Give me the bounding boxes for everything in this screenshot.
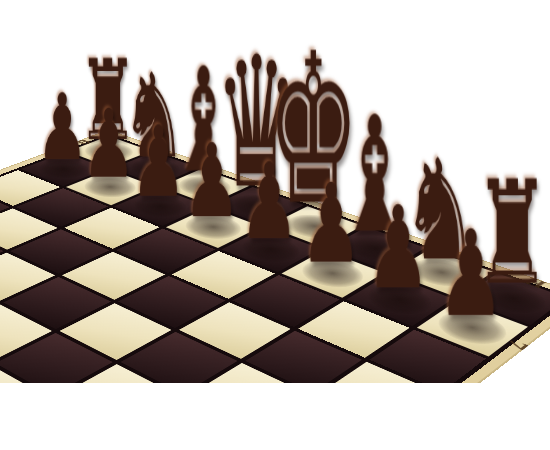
piece-black-pawn-e7: ♟ bbox=[239, 149, 299, 255]
piece-black-pawn-h7: ♟ bbox=[437, 215, 504, 334]
piece-black-pawn-b7: ♟ bbox=[82, 97, 136, 192]
piece-black-pawn-g7: ♟ bbox=[366, 191, 431, 305]
background-mask bbox=[0, 383, 550, 450]
piece-black-pawn-d7: ♟ bbox=[183, 131, 240, 233]
piece-black-pawn-a7: ♟ bbox=[36, 82, 88, 174]
product-photo-canvas: ♜♞♝♛♚♝♞♜♟♟♟♟♟♟♟♟ 87GH bbox=[0, 0, 550, 450]
piece-black-pawn-c7: ♟ bbox=[131, 113, 186, 211]
piece-black-pawn-f7: ♟ bbox=[300, 169, 362, 279]
